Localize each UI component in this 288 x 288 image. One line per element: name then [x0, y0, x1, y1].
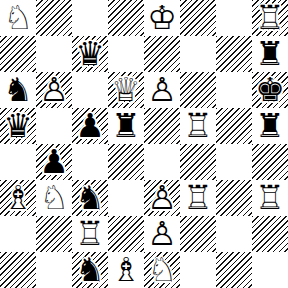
- square-h2[interactable]: [252, 216, 288, 252]
- piece-white-pawn: ♙: [144, 72, 180, 108]
- square-h6[interactable]: ♚: [252, 72, 288, 108]
- square-e3[interactable]: ♟♙: [144, 180, 180, 216]
- piece-white-knight: ♘: [0, 0, 36, 36]
- piece-black-queen: ♛: [72, 36, 108, 72]
- square-g7[interactable]: [216, 36, 252, 72]
- square-a1[interactable]: [0, 252, 36, 288]
- square-b7[interactable]: [36, 36, 72, 72]
- square-b1[interactable]: [36, 252, 72, 288]
- square-g6[interactable]: [216, 72, 252, 108]
- piece-white-bishop: ♗: [108, 252, 144, 288]
- square-h1[interactable]: [252, 252, 288, 288]
- square-a2[interactable]: [0, 216, 36, 252]
- square-d7[interactable]: [108, 36, 144, 72]
- square-d4[interactable]: [108, 144, 144, 180]
- square-a7[interactable]: [0, 36, 36, 72]
- square-f5[interactable]: ♜♖: [180, 108, 216, 144]
- square-b3[interactable]: ♞♘: [36, 180, 72, 216]
- piece-black-knight: ♞: [72, 180, 108, 216]
- piece-white-pawn: ♙: [36, 72, 72, 108]
- square-e1[interactable]: ♞♘: [144, 252, 180, 288]
- square-d2[interactable]: [108, 216, 144, 252]
- square-a3[interactable]: ♝♗: [0, 180, 36, 216]
- square-g5[interactable]: [216, 108, 252, 144]
- square-h4[interactable]: [252, 144, 288, 180]
- piece-white-pawn: ♙: [144, 180, 180, 216]
- square-e7[interactable]: [144, 36, 180, 72]
- piece-white-rook: ♖: [252, 0, 288, 36]
- square-d1[interactable]: ♝♗: [108, 252, 144, 288]
- square-e8[interactable]: ♚♔: [144, 0, 180, 36]
- square-g2[interactable]: [216, 216, 252, 252]
- piece-black-king: ♚: [252, 72, 288, 108]
- square-b5[interactable]: [36, 108, 72, 144]
- square-g3[interactable]: [216, 180, 252, 216]
- square-f1[interactable]: [180, 252, 216, 288]
- square-c8[interactable]: [72, 0, 108, 36]
- piece-white-rook: ♖: [180, 180, 216, 216]
- piece-white-bishop: ♗: [0, 180, 36, 216]
- square-a4[interactable]: [0, 144, 36, 180]
- piece-black-queen: ♛: [0, 108, 36, 144]
- square-b2[interactable]: [36, 216, 72, 252]
- square-f4[interactable]: [180, 144, 216, 180]
- piece-white-rook: ♖: [72, 216, 108, 252]
- piece-white-queen: ♕: [108, 72, 144, 108]
- piece-white-knight: ♘: [36, 180, 72, 216]
- square-f6[interactable]: [180, 72, 216, 108]
- square-h7[interactable]: ♜: [252, 36, 288, 72]
- square-a5[interactable]: ♛: [0, 108, 36, 144]
- square-c2[interactable]: ♜♖: [72, 216, 108, 252]
- square-a6[interactable]: ♞: [0, 72, 36, 108]
- square-a8[interactable]: ♞♘: [0, 0, 36, 36]
- square-e4[interactable]: [144, 144, 180, 180]
- square-f8[interactable]: [180, 0, 216, 36]
- piece-black-rook: ♜: [252, 108, 288, 144]
- square-d5[interactable]: ♜: [108, 108, 144, 144]
- square-g1[interactable]: [216, 252, 252, 288]
- square-c1[interactable]: ♞: [72, 252, 108, 288]
- square-h3[interactable]: ♜♖: [252, 180, 288, 216]
- square-g4[interactable]: [216, 144, 252, 180]
- piece-black-knight: ♞: [72, 252, 108, 288]
- square-e5[interactable]: [144, 108, 180, 144]
- piece-black-knight: ♞: [0, 72, 36, 108]
- piece-black-rook: ♜: [108, 108, 144, 144]
- square-d8[interactable]: [108, 0, 144, 36]
- piece-white-king: ♔: [144, 0, 180, 36]
- square-f2[interactable]: [180, 216, 216, 252]
- piece-white-rook: ♖: [252, 180, 288, 216]
- square-b8[interactable]: [36, 0, 72, 36]
- piece-black-pawn: ♟: [36, 144, 72, 180]
- square-c5[interactable]: ♟: [72, 108, 108, 144]
- square-d6[interactable]: ♛♕: [108, 72, 144, 108]
- square-c6[interactable]: [72, 72, 108, 108]
- square-e2[interactable]: ♟♙: [144, 216, 180, 252]
- square-f7[interactable]: [180, 36, 216, 72]
- square-f3[interactable]: ♜♖: [180, 180, 216, 216]
- square-c3[interactable]: ♞: [72, 180, 108, 216]
- square-b6[interactable]: ♟♙: [36, 72, 72, 108]
- square-e6[interactable]: ♟♙: [144, 72, 180, 108]
- square-d3[interactable]: [108, 180, 144, 216]
- piece-white-rook: ♖: [180, 108, 216, 144]
- piece-black-rook: ♜: [252, 36, 288, 72]
- piece-white-pawn: ♙: [144, 216, 180, 252]
- square-b4[interactable]: ♟: [36, 144, 72, 180]
- square-h5[interactable]: ♜: [252, 108, 288, 144]
- chessboard: ♞♘♚♔♜♖♛♜♞♟♙♛♕♟♙♚♛♟♜♜♖♜♟♝♗♞♘♞♟♙♜♖♜♖♜♖♟♙♞♝…: [0, 0, 288, 288]
- piece-black-pawn: ♟: [72, 108, 108, 144]
- square-h8[interactable]: ♜♖: [252, 0, 288, 36]
- square-c4[interactable]: [72, 144, 108, 180]
- square-c7[interactable]: ♛: [72, 36, 108, 72]
- square-g8[interactable]: [216, 0, 252, 36]
- piece-white-knight: ♘: [144, 252, 180, 288]
